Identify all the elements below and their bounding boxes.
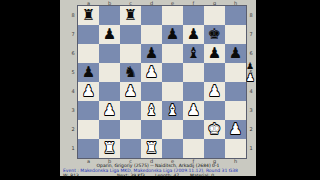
square-e2: [162, 120, 183, 139]
square-d4: [141, 82, 162, 101]
chess-diagram: abcdefgh 87654321 ♜♜♟♟♟♚♟♝♟♟♟♞♟♟♟♟♟♝♝♟♚♟…: [60, 0, 256, 176]
square-f2: [183, 120, 204, 139]
black-pawn-icon: ♟: [246, 61, 254, 71]
square-c6: [120, 44, 141, 63]
white-rook-d1: ♜: [145, 141, 158, 156]
rank-label-7: 7: [247, 25, 255, 44]
black-pawn-a5: ♟: [82, 65, 95, 80]
square-b2: [99, 120, 120, 139]
chess-board: ♜♜♟♟♟♚♟♝♟♟♟♞♟♟♟♟♟♝♝♟♚♟♜♜: [78, 6, 246, 158]
rank-label-8: 8: [247, 6, 255, 25]
square-g4: ♟: [204, 82, 225, 101]
square-c7: [120, 25, 141, 44]
square-e8: [162, 6, 183, 25]
rank-label-1: 1: [247, 139, 255, 158]
white-pawn-g4: ♟: [208, 84, 221, 99]
square-f4: [183, 82, 204, 101]
square-h8: [225, 6, 246, 25]
rank-labels-left: 87654321: [69, 6, 77, 158]
black-pawn-d6: ♟: [145, 46, 158, 61]
info-line: W: B13 Next: 39.Kf3 Length: 47 Material:…: [60, 173, 256, 178]
square-h1: [225, 139, 246, 158]
square-g6: ♟: [204, 44, 225, 63]
square-e6: [162, 44, 183, 63]
eco-code: W: B13: [63, 173, 79, 178]
white-pawn-h2: ♟: [229, 122, 242, 137]
square-c5: ♞: [120, 63, 141, 82]
rank-label-2: 2: [247, 120, 255, 139]
square-d5: ♟: [141, 63, 162, 82]
black-king-g7: ♚: [208, 27, 221, 42]
black-rook-c8: ♜: [124, 8, 137, 23]
square-a3: [78, 101, 99, 120]
square-a7: [78, 25, 99, 44]
rank-label-8: 8: [69, 6, 77, 25]
rank-label-3: 3: [247, 101, 255, 120]
square-e5: [162, 63, 183, 82]
square-f5: [183, 63, 204, 82]
white-king-g2: ♚: [208, 122, 221, 137]
rank-label-6: 6: [69, 44, 77, 63]
video-frame: abcdefgh 87654321 ♜♜♟♟♟♚♟♝♟♟♟♞♟♟♟♟♟♝♝♟♚♟…: [0, 0, 320, 180]
next-move: Next: 39.Kf3: [117, 173, 145, 178]
black-rook-a8: ♜: [82, 8, 95, 23]
square-b6: [99, 44, 120, 63]
square-a4: ♟: [78, 82, 99, 101]
rank-label-2: 2: [69, 120, 77, 139]
game-length: Length: 47: [155, 173, 179, 178]
square-d2: [141, 120, 162, 139]
square-e1: [162, 139, 183, 158]
rank-label-5: 5: [69, 63, 77, 82]
square-g2: ♚: [204, 120, 225, 139]
white-bishop-e3: ♝: [166, 103, 179, 118]
square-h6: ♟: [225, 44, 246, 63]
square-a5: ♟: [78, 63, 99, 82]
white-pawn-f3: ♟: [187, 103, 200, 118]
square-e4: [162, 82, 183, 101]
rank-label-3: 3: [69, 101, 77, 120]
square-d3: ♝: [141, 101, 162, 120]
square-f1: [183, 139, 204, 158]
black-pawn-f7: ♟: [187, 27, 200, 42]
square-b1: ♜: [99, 139, 120, 158]
square-g5: [204, 63, 225, 82]
square-a8: ♜: [78, 6, 99, 25]
material-balance: Material: 0: [190, 173, 214, 178]
square-h3: [225, 101, 246, 120]
square-h5: [225, 63, 246, 82]
rank-label-7: 7: [69, 25, 77, 44]
square-e3: ♝: [162, 101, 183, 120]
white-pawn-c4: ♟: [124, 84, 137, 99]
white-pawn-d5: ♟: [145, 65, 158, 80]
square-h7: [225, 25, 246, 44]
square-d8: [141, 6, 162, 25]
square-c3: [120, 101, 141, 120]
square-a2: [78, 120, 99, 139]
black-knight-c5: ♞: [124, 65, 137, 80]
square-a1: [78, 139, 99, 158]
square-h4: [225, 82, 246, 101]
rank-label-4: 4: [69, 82, 77, 101]
square-h2: ♟: [225, 120, 246, 139]
square-f3: ♟: [183, 101, 204, 120]
square-b7: ♟: [99, 25, 120, 44]
square-c2: [120, 120, 141, 139]
square-f7: ♟: [183, 25, 204, 44]
white-rook-b1: ♜: [103, 141, 116, 156]
square-d7: [141, 25, 162, 44]
square-d1: ♜: [141, 139, 162, 158]
square-b8: [99, 6, 120, 25]
square-b3: ♟: [99, 101, 120, 120]
square-g1: [204, 139, 225, 158]
square-d6: ♟: [141, 44, 162, 63]
white-pawn-a4: ♟: [82, 84, 95, 99]
square-a6: [78, 44, 99, 63]
black-pawn-e7: ♟: [166, 27, 179, 42]
square-c4: ♟: [120, 82, 141, 101]
white-bishop-d3: ♝: [145, 103, 158, 118]
white-pawn-b3: ♟: [103, 103, 116, 118]
square-f8: [183, 6, 204, 25]
side-to-move-tray: ♟ ♟: [246, 61, 256, 95]
rank-label-1: 1: [69, 139, 77, 158]
square-b5: [99, 63, 120, 82]
black-pawn-g6: ♟: [208, 46, 221, 61]
square-e7: ♟: [162, 25, 183, 44]
black-bishop-f6: ♝: [187, 46, 200, 61]
square-b4: [99, 82, 120, 101]
square-c8: ♜: [120, 6, 141, 25]
square-g8: [204, 6, 225, 25]
square-g3: [204, 101, 225, 120]
square-c1: [120, 139, 141, 158]
black-pawn-h6: ♟: [229, 46, 242, 61]
black-pawn-b7: ♟: [103, 27, 116, 42]
square-f6: ♝: [183, 44, 204, 63]
white-pawn-icon: ♟: [246, 72, 255, 83]
square-g7: ♚: [204, 25, 225, 44]
